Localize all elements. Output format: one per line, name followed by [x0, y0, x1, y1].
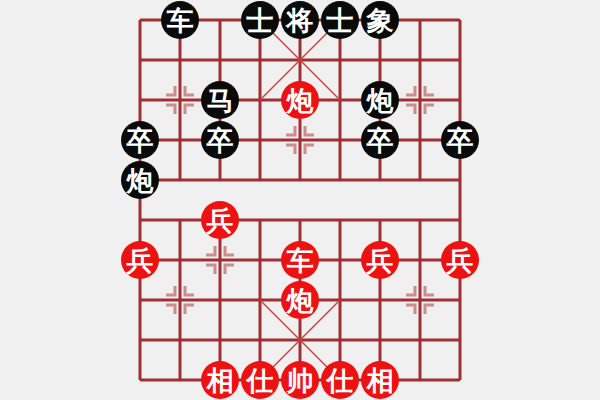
black-pawn[interactable]: 卒	[121, 121, 159, 159]
pieces-layer: 车士将士象马炮炮卒卒卒卒炮兵兵车兵兵炮相仕帅仕相	[0, 0, 600, 400]
black-horse[interactable]: 马	[201, 81, 239, 119]
black-chariot[interactable]: 车	[161, 1, 199, 39]
red-chariot[interactable]: 车	[281, 241, 319, 279]
black-cannon[interactable]: 炮	[121, 161, 159, 199]
black-elephant[interactable]: 象	[361, 1, 399, 39]
red-elephant[interactable]: 相	[361, 361, 399, 399]
red-cannon[interactable]: 炮	[281, 81, 319, 119]
red-pawn[interactable]: 兵	[441, 241, 479, 279]
red-advisor[interactable]: 仕	[241, 361, 279, 399]
black-pawn[interactable]: 卒	[201, 121, 239, 159]
red-general[interactable]: 帅	[281, 361, 319, 399]
black-pawn[interactable]: 卒	[441, 121, 479, 159]
black-cannon[interactable]: 炮	[361, 81, 399, 119]
black-advisor[interactable]: 士	[241, 1, 279, 39]
red-elephant[interactable]: 相	[201, 361, 239, 399]
red-pawn[interactable]: 兵	[201, 201, 239, 239]
black-pawn[interactable]: 卒	[361, 121, 399, 159]
xiangqi-board: 车士将士象马炮炮卒卒卒卒炮兵兵车兵兵炮相仕帅仕相	[0, 0, 600, 400]
red-advisor[interactable]: 仕	[321, 361, 359, 399]
black-general[interactable]: 将	[281, 1, 319, 39]
black-advisor[interactable]: 士	[321, 1, 359, 39]
red-pawn[interactable]: 兵	[121, 241, 159, 279]
red-pawn[interactable]: 兵	[361, 241, 399, 279]
red-cannon[interactable]: 炮	[281, 281, 319, 319]
